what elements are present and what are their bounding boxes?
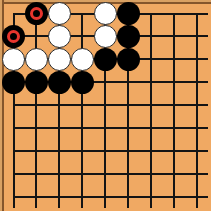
grid-line-horizontal xyxy=(13,196,208,198)
black-stone xyxy=(71,71,94,94)
grid-line-vertical xyxy=(81,13,83,208)
white-stone xyxy=(48,25,71,48)
white-stone xyxy=(48,48,71,71)
grid-line-vertical xyxy=(150,13,152,208)
white-stone xyxy=(94,2,117,25)
grid-line-horizontal xyxy=(13,173,208,175)
black-stone xyxy=(94,48,117,71)
black-stone xyxy=(117,25,140,48)
black-stone xyxy=(2,71,25,94)
grid-line-horizontal xyxy=(13,104,208,106)
black-stone xyxy=(25,71,48,94)
grid-line-vertical xyxy=(173,13,175,208)
circle-mark xyxy=(7,30,20,43)
black-stone xyxy=(117,48,140,71)
black-stone xyxy=(117,2,140,25)
white-stone xyxy=(2,48,25,71)
white-stone xyxy=(48,2,71,25)
circle-mark xyxy=(30,7,43,20)
grid-line-horizontal xyxy=(13,150,208,152)
black-stone xyxy=(48,71,71,94)
white-stone xyxy=(71,48,94,71)
grid-line-vertical xyxy=(35,13,37,208)
grid-line-vertical xyxy=(196,13,198,208)
grid-line-horizontal xyxy=(13,127,208,129)
white-stone xyxy=(94,25,117,48)
go-board[interactable] xyxy=(0,0,211,211)
white-stone xyxy=(25,48,48,71)
